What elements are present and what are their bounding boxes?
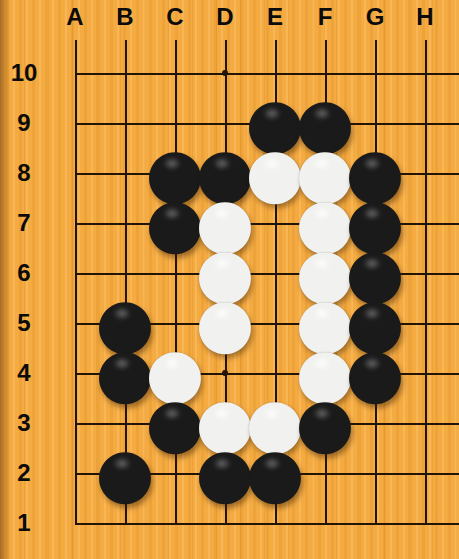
hoshi-dot (222, 370, 228, 376)
stone-black-D2[interactable]: ● (200, 448, 250, 498)
stone-white-D5[interactable]: ● (200, 298, 250, 348)
star-point-D10 (200, 48, 250, 98)
col-label-C: C (150, 0, 200, 34)
row-label-2: 2 (0, 448, 48, 498)
row-label-5: 5 (0, 298, 48, 348)
go-board[interactable]: ABCDEFGH 10987654321 ●●●●●●●●●●●●●●●●●●●… (0, 0, 459, 559)
col-label-A: A (50, 0, 100, 34)
stone-black-C7[interactable]: ● (150, 198, 200, 248)
row-label-1: 1 (0, 498, 48, 548)
black-stone-icon: ● (245, 449, 304, 497)
col-label-G: G (350, 0, 400, 34)
col-label-H: H (400, 0, 450, 34)
row-label-10: 10 (0, 48, 48, 98)
stone-black-E2[interactable]: ● (250, 448, 300, 498)
black-stone-icon: ● (95, 449, 154, 497)
row-label-3: 3 (0, 398, 48, 448)
stone-black-G4[interactable]: ● (350, 348, 400, 398)
col-label-B: B (100, 0, 150, 34)
row-label-4: 4 (0, 348, 48, 398)
row-labels: 10987654321 (0, 48, 48, 548)
column-labels: ABCDEFGH (50, 0, 450, 34)
col-label-E: E (250, 0, 300, 34)
col-label-F: F (300, 0, 350, 34)
row-label-6: 6 (0, 248, 48, 298)
row-label-8: 8 (0, 148, 48, 198)
stone-white-E8[interactable]: ● (250, 148, 300, 198)
row-label-9: 9 (0, 98, 48, 148)
row-label-7: 7 (0, 198, 48, 248)
col-label-D: D (200, 0, 250, 34)
stone-black-B2[interactable]: ● (100, 448, 150, 498)
intersection-grid[interactable]: ●●●●●●●●●●●●●●●●●●●●●●●●●●●●● (50, 48, 450, 548)
stone-black-C3[interactable]: ● (150, 398, 200, 448)
stone-black-B4[interactable]: ● (100, 348, 150, 398)
stone-black-F3[interactable]: ● (300, 398, 350, 448)
hoshi-dot (222, 70, 228, 76)
